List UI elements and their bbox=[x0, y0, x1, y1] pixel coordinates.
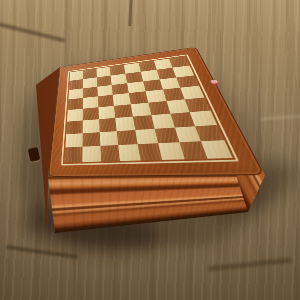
square-b3[interactable] bbox=[82, 119, 99, 133]
square-a2[interactable] bbox=[65, 133, 82, 148]
square-c3[interactable] bbox=[99, 118, 117, 132]
scene bbox=[0, 0, 300, 300]
chess-board bbox=[64, 56, 232, 162]
square-c1[interactable] bbox=[100, 145, 120, 161]
square-d3[interactable] bbox=[115, 116, 135, 130]
square-c2[interactable] bbox=[99, 131, 118, 146]
square-a3[interactable] bbox=[66, 120, 82, 134]
square-a1[interactable] bbox=[64, 147, 82, 163]
square-b2[interactable] bbox=[82, 132, 100, 147]
square-b1[interactable] bbox=[82, 146, 101, 162]
